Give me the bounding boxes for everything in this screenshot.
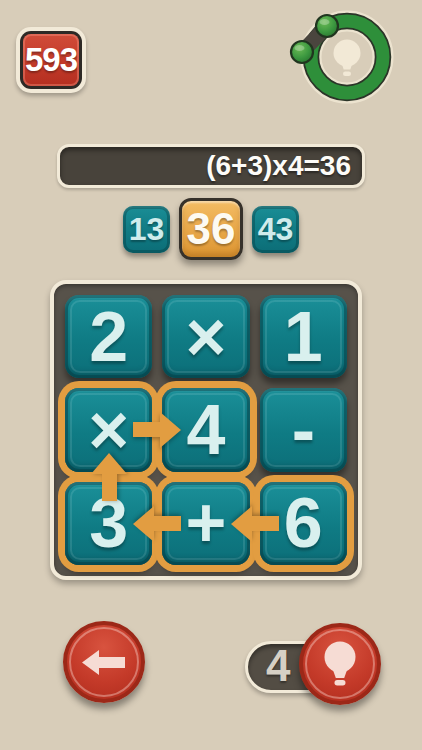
puzzle-board: 2×1×4-3+6 (50, 280, 362, 580)
level-number: 593 (25, 41, 77, 79)
target-values-row: 133643 (0, 194, 422, 264)
cell-r2c2[interactable]: 4 (162, 388, 249, 471)
ring-bead (291, 41, 313, 63)
cell-r1c2[interactable]: × (162, 295, 249, 378)
lightbulb-icon (319, 640, 361, 688)
target-value-13[interactable]: 13 (123, 206, 170, 253)
hint-button[interactable] (299, 623, 381, 705)
level-badge-frame: 593 (20, 31, 82, 89)
cell-r1c1[interactable]: 2 (65, 295, 152, 378)
back-arrow-icon (80, 649, 128, 676)
equation-bar: (6+3)x4=36 (57, 144, 365, 188)
hint-progress-ring (288, 7, 394, 109)
level-badge-face: 593 (23, 34, 79, 86)
game-screen: 593 (6+3)x4=36 (0, 0, 422, 750)
level-badge: 593 (16, 27, 86, 93)
cell-r3c3[interactable]: 6 (260, 482, 347, 565)
cell-r3c1[interactable]: 3 (65, 482, 152, 565)
target-value-43[interactable]: 43 (252, 206, 299, 253)
back-button[interactable] (63, 621, 145, 703)
cell-r3c2[interactable]: + (162, 482, 249, 565)
equation-text: (6+3)x4=36 (206, 150, 362, 182)
target-value-36-selected[interactable]: 36 (179, 198, 243, 260)
cell-r2c3[interactable]: - (260, 388, 347, 471)
cell-r1c3[interactable]: 1 (260, 295, 347, 378)
ring-bead (316, 15, 338, 37)
cell-r2c1[interactable]: × (65, 388, 152, 471)
lightbulb-icon (334, 40, 361, 77)
hints-count: 4 (266, 641, 290, 691)
